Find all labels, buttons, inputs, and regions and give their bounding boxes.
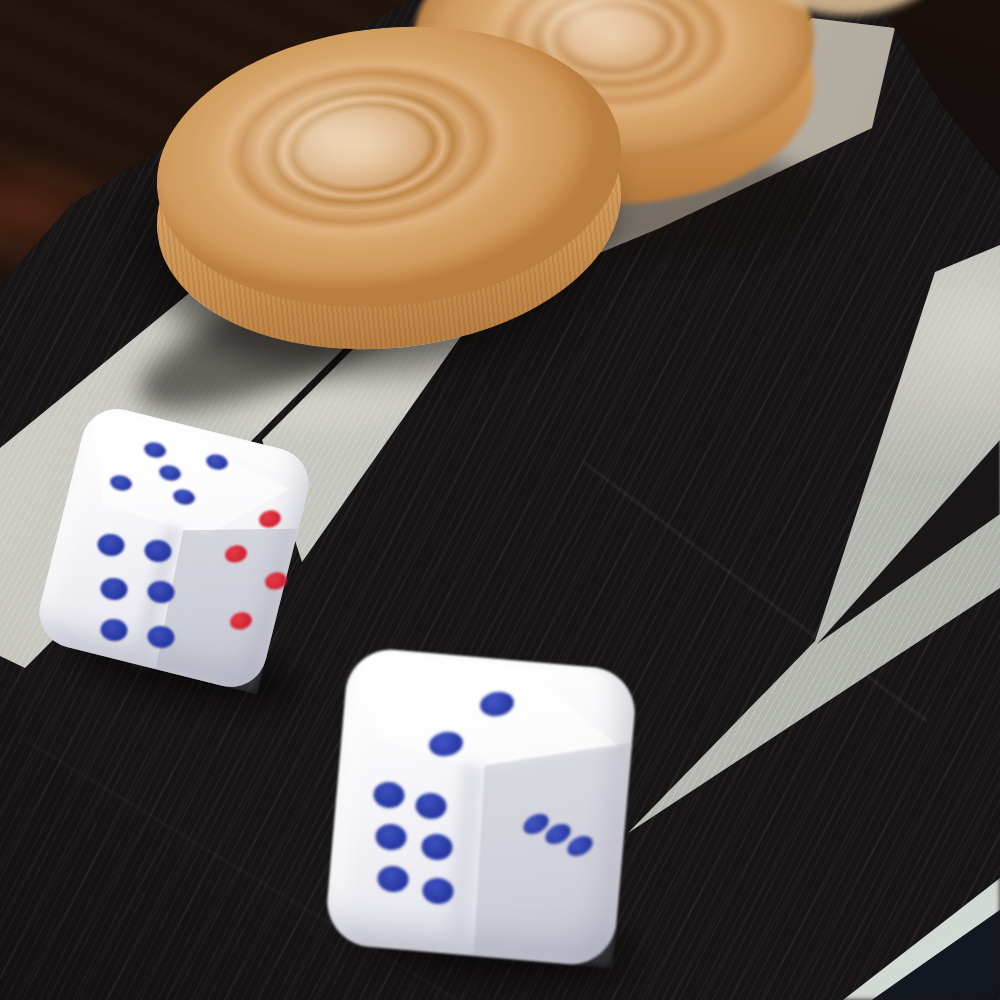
die-2-front-pip (376, 865, 409, 894)
die-1-right-pip (228, 610, 253, 632)
die-2-front-pip (372, 781, 405, 810)
die-1-front-pip (143, 539, 172, 564)
dice-pip-layer (0, 0, 1000, 1000)
die-1-right-pip (257, 508, 282, 530)
backgammon-closeup-scene (0, 0, 1000, 1000)
die-1-top-pip (143, 440, 168, 459)
die-2-front-pip (421, 877, 454, 906)
die-1-front-pip (96, 533, 125, 558)
die-1-right-pip (263, 570, 288, 592)
die-1-front-pip (99, 618, 128, 643)
die-1-top-pip (205, 452, 230, 471)
die-2-top-pip (427, 729, 465, 759)
die-1-front-pip (146, 580, 175, 605)
die-2-front-pip (374, 823, 407, 852)
die-1-right-pip (223, 543, 248, 565)
die-1-front-pip (146, 625, 175, 650)
die-2-front-pip (414, 792, 447, 821)
die-1-top-pip (158, 463, 183, 482)
die-2-front-pip (420, 833, 453, 862)
die-1-top-pip (109, 473, 134, 492)
die-1-top-pip (172, 487, 197, 506)
die-2-top-pip (478, 689, 516, 719)
die-1-front-pip (99, 577, 128, 602)
